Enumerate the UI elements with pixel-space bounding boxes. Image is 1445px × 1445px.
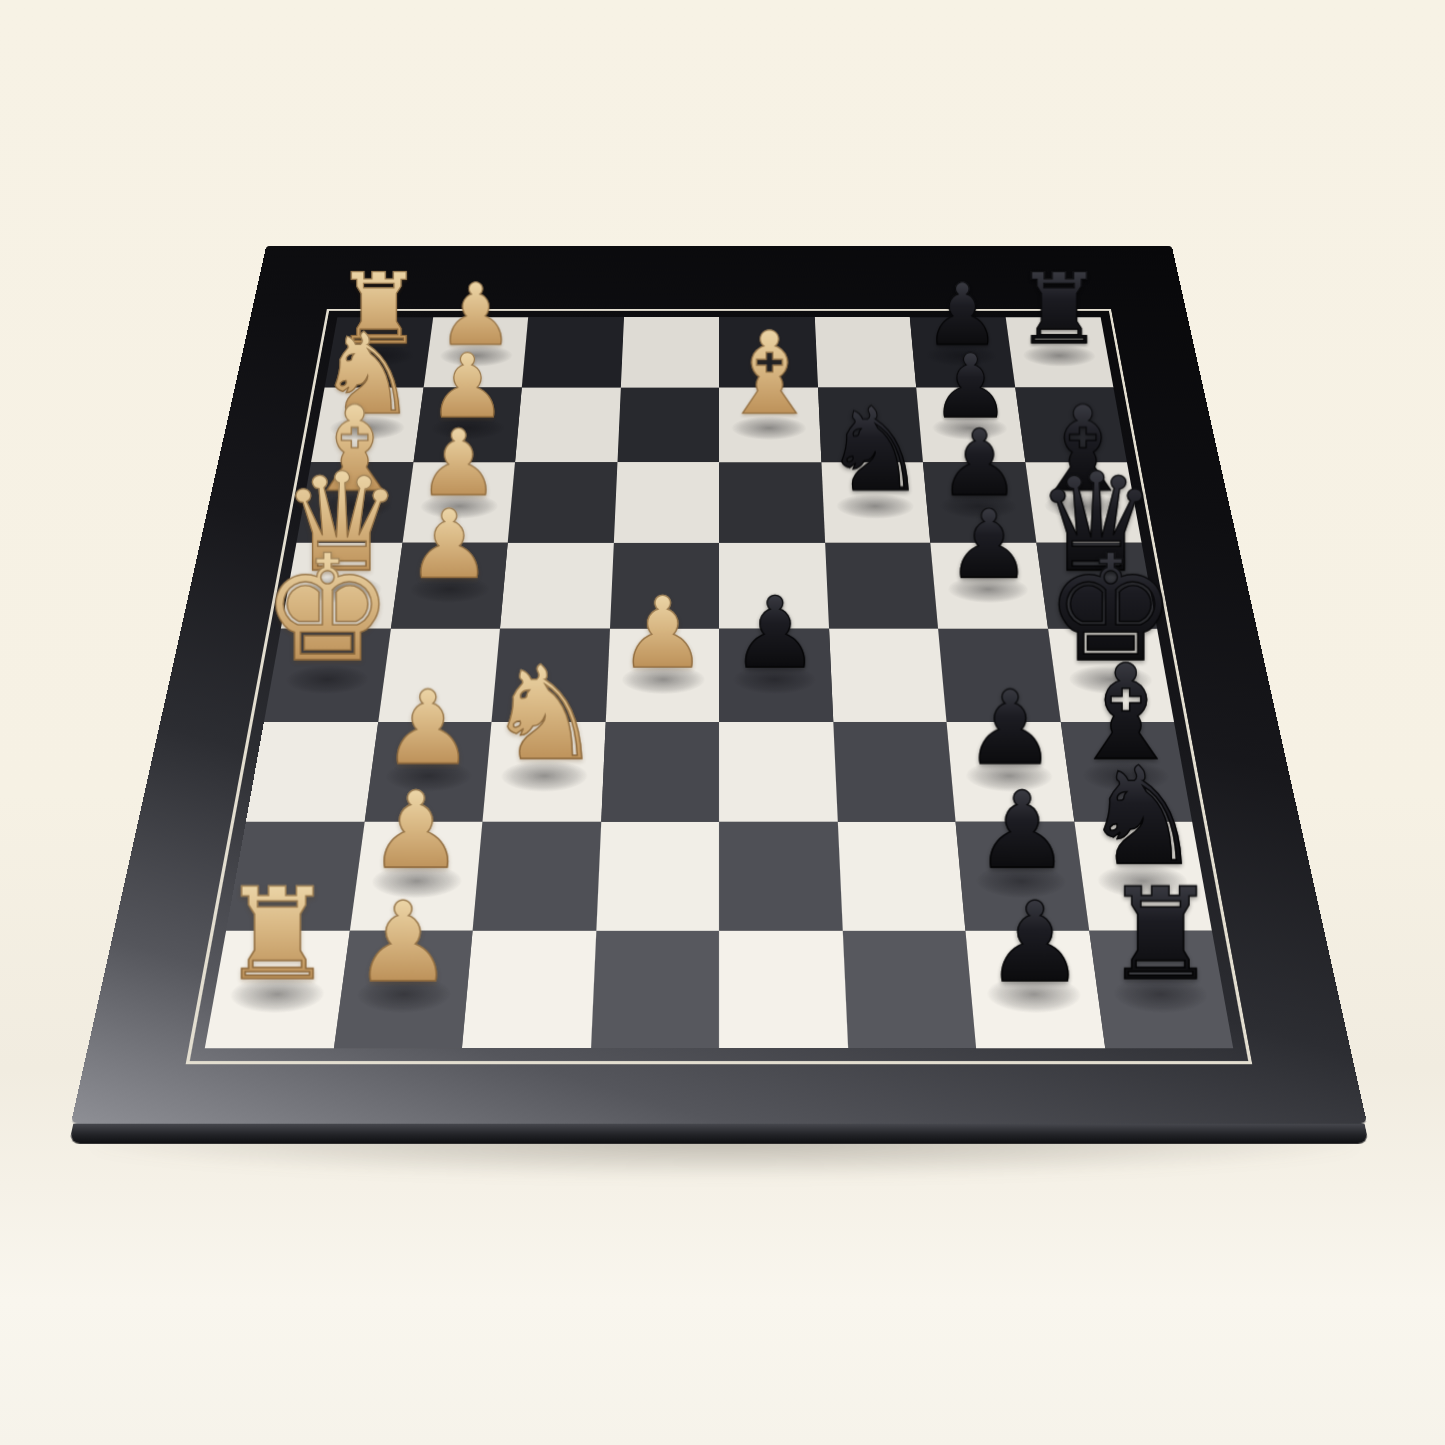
- square-d2[interactable]: ♟: [390, 542, 507, 628]
- black-pawn-e5[interactable]: ♟: [731, 583, 819, 681]
- square-h3[interactable]: [462, 930, 596, 1048]
- square-h6[interactable]: [842, 930, 976, 1048]
- black-pawn-f7[interactable]: ♟: [964, 676, 1055, 778]
- white-knight-f3[interactable]: ♞: [486, 649, 602, 779]
- black-rook-h8[interactable]: ♜: [1104, 870, 1218, 997]
- square-a8[interactable]: ♜: [1005, 317, 1113, 387]
- square-d7[interactable]: ♟: [930, 542, 1047, 628]
- square-c4[interactable]: [613, 462, 719, 542]
- square-h1[interactable]: ♜: [205, 930, 350, 1048]
- white-king-e1[interactable]: ♚: [261, 534, 393, 681]
- white-pawn-f2[interactable]: ♟: [382, 676, 473, 778]
- black-pawn-g7[interactable]: ♟: [974, 777, 1069, 883]
- square-a3[interactable]: [522, 317, 624, 387]
- square-h2[interactable]: ♟: [333, 930, 472, 1048]
- square-e6[interactable]: [829, 628, 947, 721]
- square-c3[interactable]: [508, 462, 617, 542]
- square-f3[interactable]: ♞: [482, 721, 605, 821]
- chess-board: ♜♟♟♜♞♟♝♟♝♟♞♟♝♛♟♟♛♚♟♟♚♟♞♟♝♟♟♞♜♟♟♜: [205, 317, 1233, 1048]
- square-e4[interactable]: ♟: [605, 628, 719, 721]
- black-rook-a8[interactable]: ♜: [1016, 259, 1104, 357]
- photo-background: ♜♟♟♜♞♟♝♟♝♟♞♟♝♛♟♟♛♚♟♟♚♟♞♟♝♟♟♞♜♟♟♜: [0, 0, 1445, 1445]
- board-near-edge: [69, 1123, 1369, 1143]
- black-pawn-d7[interactable]: ♟: [946, 497, 1031, 592]
- white-bishop-b5[interactable]: ♝: [718, 316, 820, 430]
- white-pawn-h2[interactable]: ♟: [354, 886, 453, 997]
- square-d3[interactable]: [500, 542, 613, 628]
- white-rook-h1[interactable]: ♜: [220, 870, 334, 997]
- white-pawn-e4[interactable]: ♟: [619, 583, 707, 681]
- square-e5[interactable]: ♟: [719, 628, 833, 721]
- square-h8[interactable]: ♜: [1089, 930, 1234, 1048]
- white-pawn-d2[interactable]: ♟: [407, 497, 492, 592]
- black-knight-c6[interactable]: ♞: [823, 392, 927, 508]
- chess-board-frame: ♜♟♟♜♞♟♝♟♝♟♞♟♝♛♟♟♛♚♟♟♚♟♞♟♝♟♟♞♜♟♟♜: [71, 245, 1367, 1123]
- square-b4[interactable]: [617, 387, 719, 462]
- board-scene: ♜♟♟♜♞♟♝♟♝♟♞♟♝♛♟♟♛♚♟♟♚♟♞♟♝♟♟♞♜♟♟♜: [0, 0, 1445, 1445]
- square-a6[interactable]: [814, 317, 916, 387]
- square-f4[interactable]: [601, 721, 719, 821]
- square-d6[interactable]: [825, 542, 938, 628]
- square-h5[interactable]: [719, 930, 848, 1048]
- square-g3[interactable]: [473, 821, 601, 930]
- square-f6[interactable]: [833, 721, 956, 821]
- square-e1[interactable]: ♚: [264, 628, 390, 721]
- black-pawn-h7[interactable]: ♟: [985, 886, 1084, 997]
- square-a4[interactable]: [620, 317, 719, 387]
- square-h4[interactable]: [590, 930, 719, 1048]
- square-f1[interactable]: [246, 721, 378, 821]
- square-h7[interactable]: ♟: [965, 930, 1104, 1048]
- square-g5[interactable]: [719, 821, 842, 930]
- square-c5[interactable]: [719, 462, 825, 542]
- square-g4[interactable]: [596, 821, 719, 930]
- square-b5[interactable]: ♝: [719, 387, 821, 462]
- square-c6[interactable]: ♞: [821, 462, 930, 542]
- white-pawn-g2[interactable]: ♟: [369, 777, 464, 883]
- square-g6[interactable]: [837, 821, 965, 930]
- square-f5[interactable]: [719, 721, 837, 821]
- square-b3[interactable]: [515, 387, 620, 462]
